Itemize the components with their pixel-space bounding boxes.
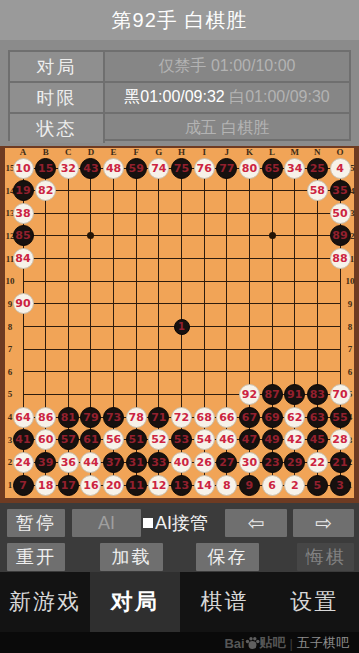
- stone-8: 8: [216, 475, 237, 496]
- info-row-game: 对局 仅禁手 01:00/10:00: [10, 52, 349, 83]
- stone-67: 67: [239, 407, 260, 428]
- star-point: [269, 232, 276, 239]
- tab-settings[interactable]: 设置: [269, 572, 359, 632]
- stone-30: 30: [239, 452, 260, 473]
- stone-26: 26: [194, 452, 215, 473]
- stone-7: 7: [13, 475, 34, 496]
- ai-takeover-checkbox[interactable]: AI接管: [143, 509, 208, 537]
- game-info-table: 对局 仅禁手 01:00/10:00 时限 黑01:00/09:32 白01:0…: [8, 50, 351, 141]
- stone-28: 28: [330, 429, 351, 450]
- tieba-watermark: Bai 贴吧 | 五子棋吧: [224, 634, 349, 652]
- stone-57: 57: [58, 429, 79, 450]
- stone-19: 19: [13, 180, 34, 201]
- row-label-right: 6: [342, 367, 358, 377]
- stone-9: 9: [239, 475, 260, 496]
- stone-88: 88: [330, 248, 351, 269]
- stone-68: 68: [194, 407, 215, 428]
- stone-78: 78: [126, 407, 147, 428]
- row-label-right: 9: [342, 299, 358, 309]
- time-limit-value: 黑01:00/09:32 白01:00/09:30: [105, 83, 349, 112]
- col-label-top: O: [332, 147, 348, 157]
- stone-50: 50: [330, 203, 351, 224]
- watermark-separator: |: [290, 636, 293, 651]
- row-label-right: 10: [342, 276, 358, 286]
- stone-66: 66: [216, 407, 237, 428]
- stone-42: 42: [284, 429, 305, 450]
- stone-3: 3: [330, 475, 351, 496]
- stone-54: 54: [194, 429, 215, 450]
- stone-14: 14: [194, 475, 215, 496]
- col-label-top: I: [196, 147, 212, 157]
- status-label: 状态: [10, 114, 105, 143]
- status-value: 成五 白棋胜: [105, 114, 349, 143]
- stone-86: 86: [35, 407, 56, 428]
- row-label-left: 10: [2, 276, 18, 286]
- stone-25: 25: [307, 158, 328, 179]
- info-row-status: 状态 成五 白棋胜: [10, 114, 349, 143]
- bar-name-text: 五子棋吧: [297, 634, 349, 652]
- row-label-right: 7: [342, 344, 358, 354]
- stone-37: 37: [103, 452, 124, 473]
- paw-icon: [245, 636, 260, 650]
- control-panel: 暂停 AI AI接管 ⇦ ⇨ 重开 加载 保存 悔棋: [0, 503, 359, 572]
- stone-44: 44: [80, 452, 101, 473]
- stone-70: 70: [330, 384, 351, 405]
- stone-23: 23: [262, 452, 283, 473]
- stone-62: 62: [284, 407, 305, 428]
- stone-74: 74: [148, 158, 169, 179]
- col-label-top: N: [309, 147, 325, 157]
- stone-64: 64: [13, 407, 34, 428]
- stone-65: 65: [262, 158, 283, 179]
- stone-35: 35: [330, 180, 351, 201]
- black-clock: 黑01:00/09:32: [124, 87, 225, 108]
- stone-84: 84: [13, 248, 34, 269]
- stone-10: 10: [13, 158, 34, 179]
- stone-63: 63: [307, 407, 328, 428]
- stone-36: 36: [58, 452, 79, 473]
- step-back-button[interactable]: ⇦: [225, 509, 287, 537]
- stone-85: 85: [13, 225, 34, 246]
- stone-75: 75: [171, 158, 192, 179]
- tab-record[interactable]: 棋谱: [180, 572, 270, 632]
- tab-new-game[interactable]: 新游戏: [0, 572, 90, 632]
- step-forward-button[interactable]: ⇨: [293, 509, 354, 537]
- stone-20: 20: [103, 475, 124, 496]
- stone-11: 11: [126, 475, 147, 496]
- row-label-left: 5: [2, 389, 18, 399]
- stone-40: 40: [171, 452, 192, 473]
- undo-button[interactable]: 悔棋: [297, 543, 354, 571]
- stone-46: 46: [216, 429, 237, 450]
- tieba-text: 贴吧: [260, 634, 286, 652]
- stone-2: 2: [284, 475, 305, 496]
- col-label-top: M: [287, 147, 303, 157]
- stone-58: 58: [307, 180, 328, 201]
- stone-71: 71: [148, 407, 169, 428]
- stone-83: 83: [307, 384, 328, 405]
- col-label-top: G: [151, 147, 167, 157]
- stone-6: 6: [262, 475, 283, 496]
- stone-4: 4: [330, 158, 351, 179]
- stone-31: 31: [126, 452, 147, 473]
- stone-76: 76: [194, 158, 215, 179]
- game-mode-label: 对局: [10, 52, 105, 81]
- ai-takeover-label: AI接管: [155, 511, 208, 535]
- col-label-top: C: [60, 147, 76, 157]
- stone-39: 39: [35, 452, 56, 473]
- stone-17: 17: [58, 475, 79, 496]
- stone-45: 45: [307, 429, 328, 450]
- stone-72: 72: [171, 407, 192, 428]
- stone-82: 82: [35, 180, 56, 201]
- stone-18: 18: [35, 475, 56, 496]
- stone-27: 27: [216, 452, 237, 473]
- stone-34: 34: [284, 158, 305, 179]
- white-clock: 白01:00/09:30: [229, 87, 330, 108]
- stone-15: 15: [35, 158, 56, 179]
- baidu-logo-text: Bai: [224, 636, 244, 651]
- stone-24: 24: [13, 452, 34, 473]
- stone-69: 69: [262, 407, 283, 428]
- col-label-top: L: [264, 147, 280, 157]
- col-label-top: B: [38, 147, 54, 157]
- info-row-time: 时限 黑01:00/09:32 白01:00/09:30: [10, 83, 349, 114]
- stone-73: 73: [103, 407, 124, 428]
- stone-29: 29: [284, 452, 305, 473]
- load-button[interactable]: 加载: [100, 543, 163, 571]
- gomoku-board[interactable]: AABBCCDDEEFFGGHHIIJJKKLLMMNNOO1515141413…: [0, 146, 359, 503]
- col-label-top: D: [83, 147, 99, 157]
- col-label-top: A: [15, 147, 31, 157]
- stone-12: 12: [148, 475, 169, 496]
- pause-button[interactable]: 暂停: [7, 509, 65, 537]
- stone-91: 91: [284, 384, 305, 405]
- checkbox-icon[interactable]: [143, 518, 153, 528]
- stone-87: 87: [262, 384, 283, 405]
- col-label-top: F: [128, 147, 144, 157]
- stone-89: 89: [330, 225, 351, 246]
- stone-81: 81: [58, 407, 79, 428]
- stone-51: 51: [126, 429, 147, 450]
- col-label-top: E: [106, 147, 122, 157]
- game-mode-value: 仅禁手 01:00/10:00: [105, 52, 349, 81]
- stone-43: 43: [80, 158, 101, 179]
- time-limit-label: 时限: [10, 83, 105, 112]
- stone-38: 38: [13, 203, 34, 224]
- stone-21: 21: [330, 452, 351, 473]
- stone-60: 60: [35, 429, 56, 450]
- stone-90: 90: [13, 293, 34, 314]
- move-status-title: 第92手 白棋胜: [0, 0, 359, 40]
- stone-41: 41: [13, 429, 34, 450]
- stone-80: 80: [239, 158, 260, 179]
- stone-1: 1: [174, 319, 190, 335]
- bottom-tab-bar: 新游戏 对局 棋谱 设置: [0, 572, 359, 632]
- stone-13: 13: [171, 475, 192, 496]
- stone-33: 33: [148, 452, 169, 473]
- stone-61: 61: [80, 429, 101, 450]
- stone-22: 22: [307, 452, 328, 473]
- tab-game[interactable]: 对局: [90, 572, 180, 632]
- stone-32: 32: [58, 158, 79, 179]
- stone-53: 53: [171, 429, 192, 450]
- restart-button[interactable]: 重开: [7, 543, 65, 571]
- stone-5: 5: [307, 475, 328, 496]
- row-label-left: 6: [2, 367, 18, 377]
- row-label-left: 8: [2, 322, 18, 332]
- stone-59: 59: [126, 158, 147, 179]
- star-point: [87, 232, 94, 239]
- col-label-top: J: [219, 147, 235, 157]
- stone-49: 49: [262, 429, 283, 450]
- stone-55: 55: [330, 407, 351, 428]
- col-label-top: K: [241, 147, 257, 157]
- stone-48: 48: [103, 158, 124, 179]
- row-label-left: 7: [2, 344, 18, 354]
- save-button[interactable]: 保存: [196, 543, 259, 571]
- ai-button[interactable]: AI: [72, 509, 141, 537]
- stone-47: 47: [239, 429, 260, 450]
- stone-92: 92: [239, 384, 260, 405]
- col-label-top: H: [174, 147, 190, 157]
- row-label-right: 8: [342, 322, 358, 332]
- stone-77: 77: [216, 158, 237, 179]
- stone-56: 56: [103, 429, 124, 450]
- stone-79: 79: [80, 407, 101, 428]
- stone-16: 16: [80, 475, 101, 496]
- stone-52: 52: [148, 429, 169, 450]
